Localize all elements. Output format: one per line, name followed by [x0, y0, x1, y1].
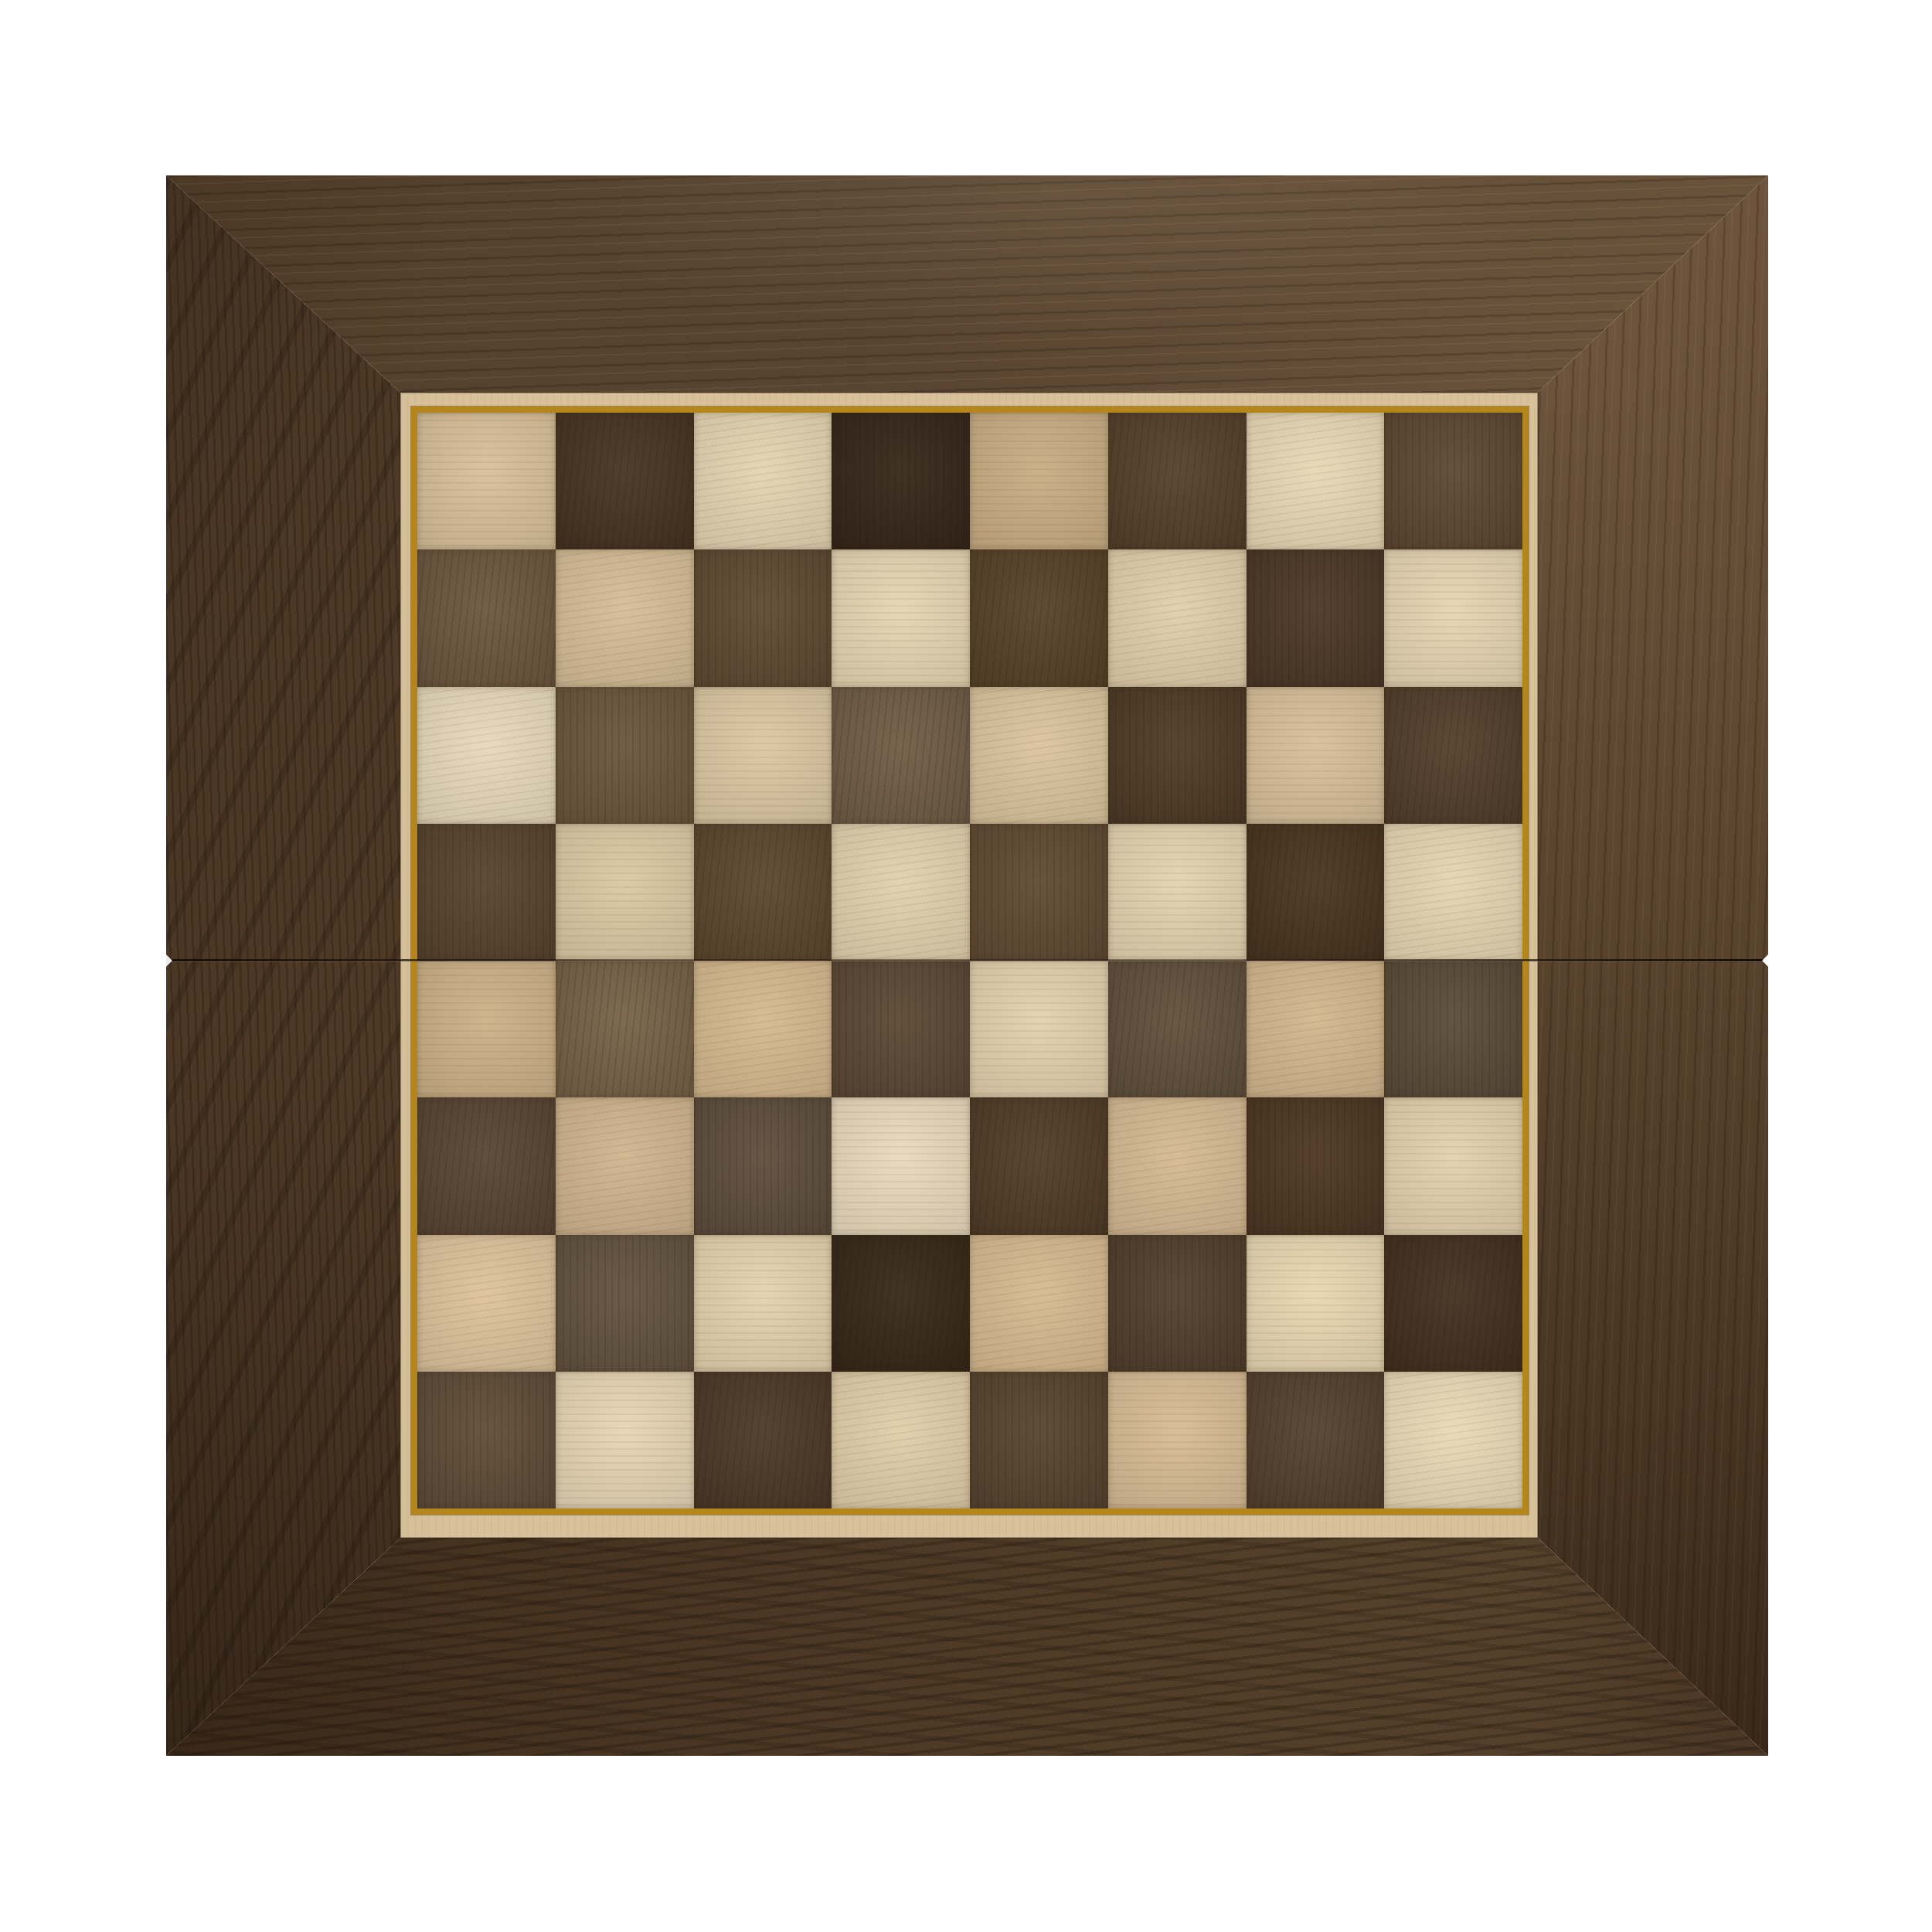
- square-b8[interactable]: [556, 413, 694, 549]
- square-f5[interactable]: [1108, 824, 1247, 961]
- square-e3[interactable]: [970, 1097, 1108, 1234]
- square-g1[interactable]: [1247, 1372, 1385, 1509]
- square-c7[interactable]: [694, 549, 832, 686]
- square-d5[interactable]: [832, 824, 970, 961]
- square-d4[interactable]: [832, 961, 970, 1097]
- square-d7[interactable]: [832, 549, 970, 686]
- square-g4[interactable]: [1247, 961, 1385, 1097]
- square-e4[interactable]: [970, 961, 1108, 1097]
- square-g2[interactable]: [1247, 1235, 1385, 1372]
- square-g7[interactable]: [1247, 549, 1385, 686]
- square-a2[interactable]: [417, 1235, 556, 1372]
- square-b4[interactable]: [556, 961, 694, 1097]
- square-f1[interactable]: [1108, 1372, 1247, 1509]
- square-g8[interactable]: [1247, 413, 1385, 549]
- square-c2[interactable]: [694, 1235, 832, 1372]
- square-g5[interactable]: [1247, 824, 1385, 961]
- square-c4[interactable]: [694, 961, 832, 1097]
- square-d8[interactable]: [832, 413, 970, 549]
- square-c3[interactable]: [694, 1097, 832, 1234]
- square-h6[interactable]: [1384, 687, 1522, 824]
- board-field: [400, 393, 1538, 1538]
- square-c5[interactable]: [694, 824, 832, 961]
- square-d2[interactable]: [832, 1235, 970, 1372]
- square-d6[interactable]: [832, 687, 970, 824]
- square-d3[interactable]: [832, 1097, 970, 1234]
- square-f8[interactable]: [1108, 413, 1247, 549]
- square-a7[interactable]: [417, 549, 556, 686]
- square-b6[interactable]: [556, 687, 694, 824]
- square-f7[interactable]: [1108, 549, 1247, 686]
- square-f2[interactable]: [1108, 1235, 1247, 1372]
- square-b5[interactable]: [556, 824, 694, 961]
- square-a3[interactable]: [417, 1097, 556, 1234]
- square-f3[interactable]: [1108, 1097, 1247, 1234]
- square-a8[interactable]: [417, 413, 556, 549]
- chessboard: [166, 175, 1768, 1756]
- square-e2[interactable]: [970, 1235, 1108, 1372]
- square-e1[interactable]: [970, 1372, 1108, 1509]
- square-h1[interactable]: [1384, 1372, 1522, 1509]
- square-e6[interactable]: [970, 687, 1108, 824]
- square-h2[interactable]: [1384, 1235, 1522, 1372]
- square-f4[interactable]: [1108, 961, 1247, 1097]
- square-b2[interactable]: [556, 1235, 694, 1372]
- square-f6[interactable]: [1108, 687, 1247, 824]
- square-b3[interactable]: [556, 1097, 694, 1234]
- square-h3[interactable]: [1384, 1097, 1522, 1234]
- square-a4[interactable]: [417, 961, 556, 1097]
- square-a6[interactable]: [417, 687, 556, 824]
- square-h8[interactable]: [1384, 413, 1522, 549]
- square-a1[interactable]: [417, 1372, 556, 1509]
- square-h5[interactable]: [1384, 824, 1522, 961]
- square-b1[interactable]: [556, 1372, 694, 1509]
- square-h7[interactable]: [1384, 549, 1522, 686]
- square-a5[interactable]: [417, 824, 556, 961]
- square-e5[interactable]: [970, 824, 1108, 961]
- square-e7[interactable]: [970, 549, 1108, 686]
- square-d1[interactable]: [832, 1372, 970, 1509]
- square-h4[interactable]: [1384, 961, 1522, 1097]
- square-b7[interactable]: [556, 549, 694, 686]
- square-c8[interactable]: [694, 413, 832, 549]
- fold-seam: [165, 959, 1770, 961]
- square-g6[interactable]: [1247, 687, 1385, 824]
- square-g3[interactable]: [1247, 1097, 1385, 1234]
- square-c6[interactable]: [694, 687, 832, 824]
- square-c1[interactable]: [694, 1372, 832, 1509]
- photo-background: [0, 0, 1932, 1932]
- square-e8[interactable]: [970, 413, 1108, 549]
